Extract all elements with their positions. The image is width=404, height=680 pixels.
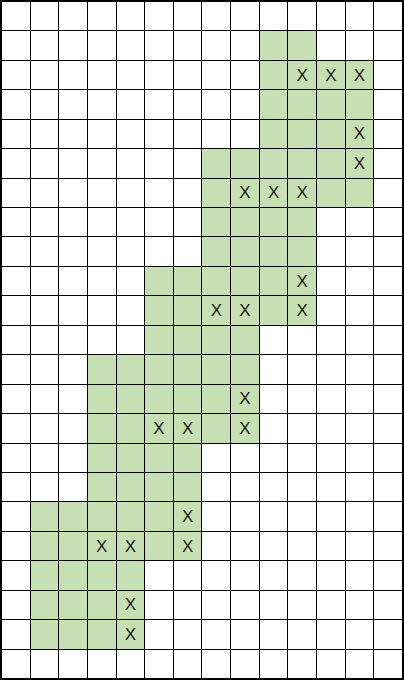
cell-r10c2[interactable] — [31, 267, 59, 295]
cell-r6c13[interactable]: X — [346, 149, 374, 177]
cell-r13c2[interactable] — [31, 355, 59, 383]
cell-r16c4[interactable] — [88, 444, 116, 472]
cell-r3c4[interactable] — [88, 61, 116, 89]
cell-r12c8[interactable] — [202, 326, 230, 354]
cell-r10c1[interactable] — [2, 267, 30, 295]
cell-r17c13[interactable] — [346, 473, 374, 501]
cell-r8c8[interactable] — [202, 208, 230, 236]
cell-r5c10[interactable] — [260, 120, 288, 148]
cell-r6c14[interactable] — [374, 149, 402, 177]
cell-r2c4[interactable] — [88, 31, 116, 59]
cell-r10c5[interactable] — [117, 267, 145, 295]
cell-r10c13[interactable] — [346, 267, 374, 295]
cell-r16c6[interactable] — [145, 444, 173, 472]
cell-r15c3[interactable] — [59, 414, 87, 442]
cell-r6c2[interactable] — [31, 149, 59, 177]
cell-r13c7[interactable] — [174, 355, 202, 383]
cell-r19c3[interactable] — [59, 532, 87, 560]
cell-r22c2[interactable] — [31, 620, 59, 648]
cell-r8c11[interactable] — [288, 208, 316, 236]
cell-r4c9[interactable] — [231, 90, 259, 118]
cell-r1c2[interactable] — [31, 2, 59, 30]
cell-r23c2[interactable] — [31, 650, 59, 678]
cell-r5c4[interactable] — [88, 120, 116, 148]
cell-r12c12[interactable] — [317, 326, 345, 354]
cell-r20c4[interactable] — [88, 561, 116, 589]
cell-r17c2[interactable] — [31, 473, 59, 501]
cell-r11c13[interactable] — [346, 296, 374, 324]
cell-r21c9[interactable] — [231, 591, 259, 619]
cell-r9c2[interactable] — [31, 237, 59, 265]
cell-r1c3[interactable] — [59, 2, 87, 30]
cell-r7c9[interactable]: X — [231, 179, 259, 207]
cell-r9c5[interactable] — [117, 237, 145, 265]
cell-r15c9[interactable]: X — [231, 414, 259, 442]
cell-r15c13[interactable] — [346, 414, 374, 442]
cell-r2c8[interactable] — [202, 31, 230, 59]
cell-r2c11[interactable] — [288, 31, 316, 59]
cell-r20c3[interactable] — [59, 561, 87, 589]
cell-r21c12[interactable] — [317, 591, 345, 619]
cell-r7c6[interactable] — [145, 179, 173, 207]
cell-r12c1[interactable] — [2, 326, 30, 354]
cell-r17c12[interactable] — [317, 473, 345, 501]
cell-r5c3[interactable] — [59, 120, 87, 148]
cell-r15c6[interactable]: X — [145, 414, 173, 442]
cell-r19c14[interactable] — [374, 532, 402, 560]
cell-r7c11[interactable]: X — [288, 179, 316, 207]
cell-r2c2[interactable] — [31, 31, 59, 59]
cell-r21c6[interactable] — [145, 591, 173, 619]
cell-r1c11[interactable] — [288, 2, 316, 30]
cell-r18c13[interactable] — [346, 502, 374, 530]
cell-r11c7[interactable] — [174, 296, 202, 324]
cell-r4c8[interactable] — [202, 90, 230, 118]
cell-r19c13[interactable] — [346, 532, 374, 560]
cell-r15c14[interactable] — [374, 414, 402, 442]
cell-r15c8[interactable] — [202, 414, 230, 442]
cell-r21c5[interactable]: X — [117, 591, 145, 619]
cell-r5c14[interactable] — [374, 120, 402, 148]
cell-r10c6[interactable] — [145, 267, 173, 295]
cell-r14c13[interactable] — [346, 385, 374, 413]
cell-r10c7[interactable] — [174, 267, 202, 295]
cell-r15c7[interactable]: X — [174, 414, 202, 442]
cell-r10c14[interactable] — [374, 267, 402, 295]
cell-r4c6[interactable] — [145, 90, 173, 118]
cell-r5c8[interactable] — [202, 120, 230, 148]
cell-r17c8[interactable] — [202, 473, 230, 501]
cell-r18c2[interactable] — [31, 502, 59, 530]
cell-r23c10[interactable] — [260, 650, 288, 678]
cell-r13c14[interactable] — [374, 355, 402, 383]
cell-r19c1[interactable] — [2, 532, 30, 560]
cell-r12c14[interactable] — [374, 326, 402, 354]
cell-r1c9[interactable] — [231, 2, 259, 30]
cell-r23c7[interactable] — [174, 650, 202, 678]
cell-r22c1[interactable] — [2, 620, 30, 648]
cell-r1c14[interactable] — [374, 2, 402, 30]
cell-r14c4[interactable] — [88, 385, 116, 413]
cell-r13c4[interactable] — [88, 355, 116, 383]
cell-r22c5[interactable]: X — [117, 620, 145, 648]
cell-r6c6[interactable] — [145, 149, 173, 177]
cell-r15c1[interactable] — [2, 414, 30, 442]
cell-r15c4[interactable] — [88, 414, 116, 442]
cell-r18c5[interactable] — [117, 502, 145, 530]
cell-r5c11[interactable] — [288, 120, 316, 148]
cell-r17c14[interactable] — [374, 473, 402, 501]
cell-r19c6[interactable] — [145, 532, 173, 560]
cell-r6c8[interactable] — [202, 149, 230, 177]
cell-r20c8[interactable] — [202, 561, 230, 589]
cell-r7c3[interactable] — [59, 179, 87, 207]
cell-r4c7[interactable] — [174, 90, 202, 118]
cell-r6c5[interactable] — [117, 149, 145, 177]
cell-r17c1[interactable] — [2, 473, 30, 501]
cell-r12c4[interactable] — [88, 326, 116, 354]
cell-r8c7[interactable] — [174, 208, 202, 236]
cell-r20c5[interactable] — [117, 561, 145, 589]
cell-r11c10[interactable] — [260, 296, 288, 324]
cell-r12c7[interactable] — [174, 326, 202, 354]
cell-r2c10[interactable] — [260, 31, 288, 59]
cell-r20c14[interactable] — [374, 561, 402, 589]
cell-r9c8[interactable] — [202, 237, 230, 265]
cell-r14c9[interactable]: X — [231, 385, 259, 413]
cell-r12c3[interactable] — [59, 326, 87, 354]
cell-r6c1[interactable] — [2, 149, 30, 177]
cell-r8c5[interactable] — [117, 208, 145, 236]
cell-r5c5[interactable] — [117, 120, 145, 148]
cell-r23c11[interactable] — [288, 650, 316, 678]
cell-r10c10[interactable] — [260, 267, 288, 295]
cell-r5c13[interactable]: X — [346, 120, 374, 148]
cell-r23c8[interactable] — [202, 650, 230, 678]
cell-r16c14[interactable] — [374, 444, 402, 472]
cell-r17c7[interactable] — [174, 473, 202, 501]
cell-r3c8[interactable] — [202, 61, 230, 89]
cell-r21c4[interactable] — [88, 591, 116, 619]
cell-r6c3[interactable] — [59, 149, 87, 177]
cell-r10c12[interactable] — [317, 267, 345, 295]
cell-r10c3[interactable] — [59, 267, 87, 295]
cell-r4c10[interactable] — [260, 90, 288, 118]
cell-r8c10[interactable] — [260, 208, 288, 236]
cell-r1c8[interactable] — [202, 2, 230, 30]
cell-r22c3[interactable] — [59, 620, 87, 648]
cell-r3c14[interactable] — [374, 61, 402, 89]
cell-r11c12[interactable] — [317, 296, 345, 324]
cell-r12c9[interactable] — [231, 326, 259, 354]
cell-r10c8[interactable] — [202, 267, 230, 295]
cell-r2c7[interactable] — [174, 31, 202, 59]
cell-r5c6[interactable] — [145, 120, 173, 148]
cell-r7c14[interactable] — [374, 179, 402, 207]
cell-r14c12[interactable] — [317, 385, 345, 413]
cell-r21c2[interactable] — [31, 591, 59, 619]
cell-r17c4[interactable] — [88, 473, 116, 501]
cell-r6c12[interactable] — [317, 149, 345, 177]
cell-r20c11[interactable] — [288, 561, 316, 589]
cell-r22c14[interactable] — [374, 620, 402, 648]
cell-r7c10[interactable]: X — [260, 179, 288, 207]
cell-r14c8[interactable] — [202, 385, 230, 413]
cell-r3c5[interactable] — [117, 61, 145, 89]
cell-r5c2[interactable] — [31, 120, 59, 148]
cell-r20c1[interactable] — [2, 561, 30, 589]
cell-r14c11[interactable] — [288, 385, 316, 413]
cell-r21c10[interactable] — [260, 591, 288, 619]
cell-r14c1[interactable] — [2, 385, 30, 413]
cell-r6c4[interactable] — [88, 149, 116, 177]
cell-r11c14[interactable] — [374, 296, 402, 324]
cell-r7c5[interactable] — [117, 179, 145, 207]
cell-r4c5[interactable] — [117, 90, 145, 118]
cell-r5c1[interactable] — [2, 120, 30, 148]
cell-r1c5[interactable] — [117, 2, 145, 30]
cell-r9c7[interactable] — [174, 237, 202, 265]
cell-r2c13[interactable] — [346, 31, 374, 59]
cell-r3c10[interactable] — [260, 61, 288, 89]
cell-r6c10[interactable] — [260, 149, 288, 177]
cell-r12c5[interactable] — [117, 326, 145, 354]
cell-r14c10[interactable] — [260, 385, 288, 413]
cell-r12c2[interactable] — [31, 326, 59, 354]
cell-r15c12[interactable] — [317, 414, 345, 442]
cell-r18c9[interactable] — [231, 502, 259, 530]
cell-r22c11[interactable] — [288, 620, 316, 648]
cell-r14c5[interactable] — [117, 385, 145, 413]
cell-r13c5[interactable] — [117, 355, 145, 383]
cell-r11c4[interactable] — [88, 296, 116, 324]
cell-r4c13[interactable] — [346, 90, 374, 118]
cell-r19c4[interactable]: X — [88, 532, 116, 560]
cell-r7c7[interactable] — [174, 179, 202, 207]
cell-r3c11[interactable]: X — [288, 61, 316, 89]
cell-r6c11[interactable] — [288, 149, 316, 177]
cell-r11c5[interactable] — [117, 296, 145, 324]
cell-r17c5[interactable] — [117, 473, 145, 501]
cell-r5c7[interactable] — [174, 120, 202, 148]
cell-r4c12[interactable] — [317, 90, 345, 118]
cell-r16c8[interactable] — [202, 444, 230, 472]
cell-r8c14[interactable] — [374, 208, 402, 236]
cell-r1c10[interactable] — [260, 2, 288, 30]
cell-r13c9[interactable] — [231, 355, 259, 383]
cell-r22c9[interactable] — [231, 620, 259, 648]
cell-r8c1[interactable] — [2, 208, 30, 236]
cell-r9c13[interactable] — [346, 237, 374, 265]
cell-r16c10[interactable] — [260, 444, 288, 472]
cell-r10c11[interactable]: X — [288, 267, 316, 295]
cell-r13c8[interactable] — [202, 355, 230, 383]
cell-r20c2[interactable] — [31, 561, 59, 589]
cell-r23c4[interactable] — [88, 650, 116, 678]
cell-r3c9[interactable] — [231, 61, 259, 89]
cell-r1c1[interactable] — [2, 2, 30, 30]
cell-r4c11[interactable] — [288, 90, 316, 118]
cell-r17c3[interactable] — [59, 473, 87, 501]
cell-r13c12[interactable] — [317, 355, 345, 383]
cell-r18c14[interactable] — [374, 502, 402, 530]
cell-r18c7[interactable]: X — [174, 502, 202, 530]
cell-r16c5[interactable] — [117, 444, 145, 472]
cell-r20c7[interactable] — [174, 561, 202, 589]
cell-r16c2[interactable] — [31, 444, 59, 472]
cell-r5c12[interactable] — [317, 120, 345, 148]
cell-r15c11[interactable] — [288, 414, 316, 442]
cell-r15c5[interactable] — [117, 414, 145, 442]
cell-r3c3[interactable] — [59, 61, 87, 89]
cell-r11c6[interactable] — [145, 296, 173, 324]
cell-r8c4[interactable] — [88, 208, 116, 236]
cell-r21c3[interactable] — [59, 591, 87, 619]
cell-r2c5[interactable] — [117, 31, 145, 59]
cell-r2c6[interactable] — [145, 31, 173, 59]
cell-r22c6[interactable] — [145, 620, 173, 648]
cell-r16c7[interactable] — [174, 444, 202, 472]
cell-r19c12[interactable] — [317, 532, 345, 560]
cell-r4c3[interactable] — [59, 90, 87, 118]
cell-r9c1[interactable] — [2, 237, 30, 265]
cell-r17c6[interactable] — [145, 473, 173, 501]
cell-r14c3[interactable] — [59, 385, 87, 413]
cell-r9c9[interactable] — [231, 237, 259, 265]
cell-r20c13[interactable] — [346, 561, 374, 589]
cell-r12c6[interactable] — [145, 326, 173, 354]
cell-r15c2[interactable] — [31, 414, 59, 442]
cell-r14c6[interactable] — [145, 385, 173, 413]
cell-r22c8[interactable] — [202, 620, 230, 648]
cell-r9c6[interactable] — [145, 237, 173, 265]
cell-r6c7[interactable] — [174, 149, 202, 177]
cell-r18c8[interactable] — [202, 502, 230, 530]
cell-r20c10[interactable] — [260, 561, 288, 589]
cell-r18c6[interactable] — [145, 502, 173, 530]
cell-r9c12[interactable] — [317, 237, 345, 265]
cell-r13c6[interactable] — [145, 355, 173, 383]
cell-r17c10[interactable] — [260, 473, 288, 501]
cell-r5c9[interactable] — [231, 120, 259, 148]
cell-r21c8[interactable] — [202, 591, 230, 619]
cell-r8c9[interactable] — [231, 208, 259, 236]
cell-r15c10[interactable] — [260, 414, 288, 442]
cell-r16c1[interactable] — [2, 444, 30, 472]
cell-r7c13[interactable] — [346, 179, 374, 207]
cell-r2c1[interactable] — [2, 31, 30, 59]
cell-r3c7[interactable] — [174, 61, 202, 89]
cell-r19c10[interactable] — [260, 532, 288, 560]
cell-r12c13[interactable] — [346, 326, 374, 354]
cell-r7c2[interactable] — [31, 179, 59, 207]
cell-r10c4[interactable] — [88, 267, 116, 295]
cell-r9c11[interactable] — [288, 237, 316, 265]
cell-r1c6[interactable] — [145, 2, 173, 30]
cell-r14c2[interactable] — [31, 385, 59, 413]
cell-r6c9[interactable] — [231, 149, 259, 177]
cell-r12c11[interactable] — [288, 326, 316, 354]
cell-r11c1[interactable] — [2, 296, 30, 324]
cell-r4c4[interactable] — [88, 90, 116, 118]
cell-r13c10[interactable] — [260, 355, 288, 383]
cell-r23c5[interactable] — [117, 650, 145, 678]
cell-r19c9[interactable] — [231, 532, 259, 560]
cell-r9c14[interactable] — [374, 237, 402, 265]
cell-r1c13[interactable] — [346, 2, 374, 30]
cell-r8c2[interactable] — [31, 208, 59, 236]
cell-r3c1[interactable] — [2, 61, 30, 89]
cell-r20c12[interactable] — [317, 561, 345, 589]
cell-r16c11[interactable] — [288, 444, 316, 472]
cell-r18c4[interactable] — [88, 502, 116, 530]
cell-r17c9[interactable] — [231, 473, 259, 501]
cell-r8c6[interactable] — [145, 208, 173, 236]
cell-r2c9[interactable] — [231, 31, 259, 59]
cell-r16c12[interactable] — [317, 444, 345, 472]
cell-r9c4[interactable] — [88, 237, 116, 265]
cell-r20c9[interactable] — [231, 561, 259, 589]
cell-r22c13[interactable] — [346, 620, 374, 648]
cell-r3c12[interactable]: X — [317, 61, 345, 89]
cell-r9c10[interactable] — [260, 237, 288, 265]
cell-r1c4[interactable] — [88, 2, 116, 30]
cell-r16c9[interactable] — [231, 444, 259, 472]
cell-r20c6[interactable] — [145, 561, 173, 589]
cell-r1c7[interactable] — [174, 2, 202, 30]
cell-r23c12[interactable] — [317, 650, 345, 678]
cell-r18c12[interactable] — [317, 502, 345, 530]
cell-r21c14[interactable] — [374, 591, 402, 619]
cell-r21c11[interactable] — [288, 591, 316, 619]
cell-r10c9[interactable] — [231, 267, 259, 295]
cell-r13c3[interactable] — [59, 355, 87, 383]
cell-r11c3[interactable] — [59, 296, 87, 324]
cell-r13c11[interactable] — [288, 355, 316, 383]
cell-r12c10[interactable] — [260, 326, 288, 354]
cell-r23c9[interactable] — [231, 650, 259, 678]
cell-r8c3[interactable] — [59, 208, 87, 236]
cell-r7c12[interactable] — [317, 179, 345, 207]
cell-r22c12[interactable] — [317, 620, 345, 648]
cell-r2c14[interactable] — [374, 31, 402, 59]
cell-r4c2[interactable] — [31, 90, 59, 118]
cell-r2c3[interactable] — [59, 31, 87, 59]
cell-r8c13[interactable] — [346, 208, 374, 236]
cell-r7c1[interactable] — [2, 179, 30, 207]
cell-r13c13[interactable] — [346, 355, 374, 383]
cell-r16c13[interactable] — [346, 444, 374, 472]
cell-r23c1[interactable] — [2, 650, 30, 678]
cell-r3c6[interactable] — [145, 61, 173, 89]
cell-r18c11[interactable] — [288, 502, 316, 530]
cell-r11c9[interactable]: X — [231, 296, 259, 324]
cell-r22c4[interactable] — [88, 620, 116, 648]
cell-r22c7[interactable] — [174, 620, 202, 648]
cell-r19c7[interactable]: X — [174, 532, 202, 560]
cell-r3c13[interactable]: X — [346, 61, 374, 89]
cell-r21c1[interactable] — [2, 591, 30, 619]
cell-r8c12[interactable] — [317, 208, 345, 236]
cell-r4c14[interactable] — [374, 90, 402, 118]
cell-r22c10[interactable] — [260, 620, 288, 648]
cell-r1c12[interactable] — [317, 2, 345, 30]
cell-r11c8[interactable]: X — [202, 296, 230, 324]
cell-r3c2[interactable] — [31, 61, 59, 89]
cell-r21c7[interactable] — [174, 591, 202, 619]
cell-r19c2[interactable] — [31, 532, 59, 560]
cell-r11c2[interactable] — [31, 296, 59, 324]
